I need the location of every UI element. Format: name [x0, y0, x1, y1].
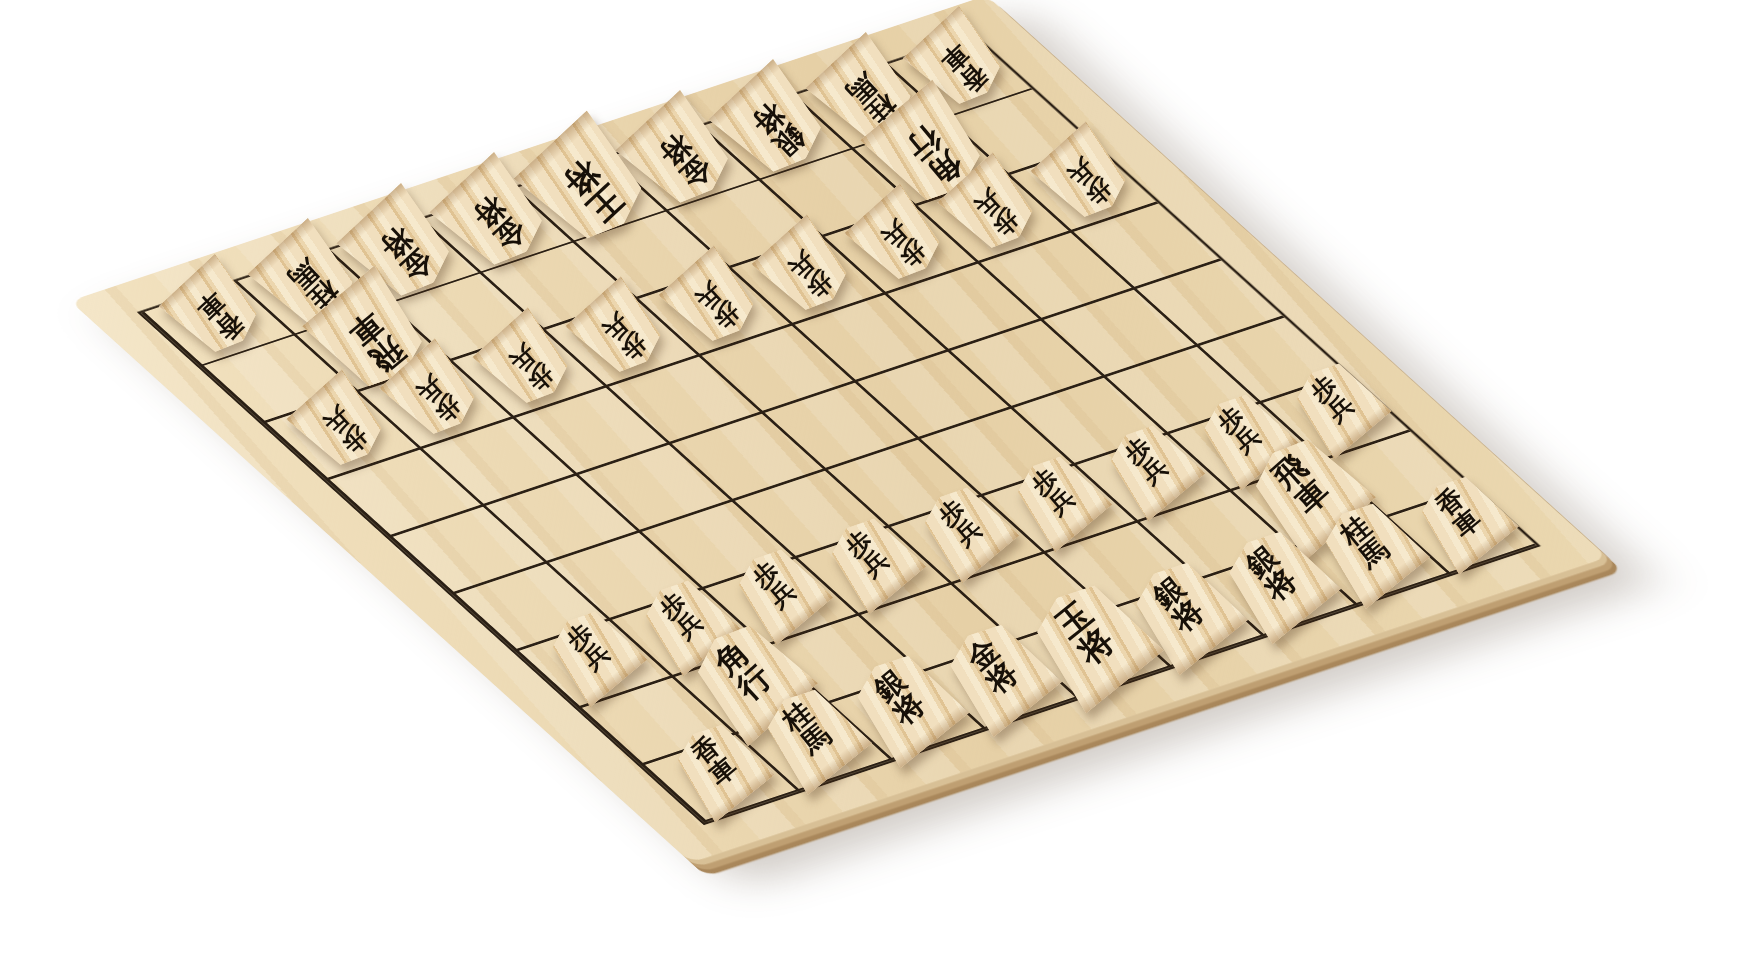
piece-white-lance[interactable]: 香車: [176, 269, 254, 352]
piece-white-pawn[interactable]: 歩兵: [396, 353, 472, 434]
piece-black-gold[interactable]: 金将: [953, 625, 1043, 720]
piece-kanji: 歩兵: [1008, 448, 1099, 536]
piece-black-lance[interactable]: 香車: [1424, 477, 1502, 560]
piece-kanji: 歩兵: [301, 386, 392, 475]
piece-kanji: 香車: [667, 715, 761, 805]
piece-kanji: 歩兵: [673, 262, 764, 351]
piece-kanji: 王将: [533, 131, 655, 251]
piece-body: 歩兵: [1030, 121, 1140, 232]
piece-black-pawn[interactable]: 歩兵: [1113, 426, 1189, 507]
piece-kanji: 香車: [173, 270, 266, 362]
piece-white-pawn[interactable]: 歩兵: [303, 384, 379, 465]
piece-body: 歩兵: [379, 338, 489, 449]
piece-kanji: 香車: [1411, 467, 1505, 557]
piece-kanji: 歩兵: [1101, 417, 1192, 505]
piece-kanji: 歩兵: [915, 479, 1006, 567]
piece-kanji: 歩兵: [822, 510, 913, 598]
piece-black-silver[interactable]: 銀将: [860, 656, 950, 751]
piece-black-knight[interactable]: 桂馬: [1328, 504, 1412, 593]
piece-white-pawn[interactable]: 歩兵: [675, 260, 751, 341]
piece-black-pawn[interactable]: 歩兵: [1020, 457, 1096, 538]
piece-kanji: 歩兵: [766, 231, 857, 320]
piece-black-pawn[interactable]: 歩兵: [927, 488, 1003, 569]
piece-kanji: 歩兵: [1045, 138, 1136, 227]
piece-kanji: 金将: [446, 170, 554, 276]
scene: 香車桂馬金将金将王将金将銀将桂馬香車飛車角行歩兵歩兵歩兵歩兵歩兵歩兵歩兵歩兵歩兵…: [0, 0, 1740, 979]
piece-white-pawn[interactable]: 歩兵: [954, 167, 1030, 248]
piece-kanji: 歩兵: [543, 603, 634, 691]
piece-body: 歩兵: [472, 307, 582, 418]
piece-body: 歩兵: [565, 276, 675, 387]
piece-white-pawn[interactable]: 歩兵: [582, 291, 658, 372]
piece-kanji: 歩兵: [394, 355, 485, 444]
piece-kanji: 銀将: [725, 77, 833, 183]
piece-black-knight[interactable]: 桂馬: [770, 690, 854, 779]
piece-white-pawn[interactable]: 歩兵: [861, 198, 937, 279]
piece-white-pawn[interactable]: 歩兵: [489, 322, 565, 403]
pieces-layer: 香車桂馬金将金将王将金将銀将桂馬香車飛車角行歩兵歩兵歩兵歩兵歩兵歩兵歩兵歩兵歩兵…: [0, 0, 1740, 979]
piece-body: 歩兵: [937, 152, 1047, 263]
piece-white-pawn[interactable]: 歩兵: [768, 229, 844, 310]
piece-kanji: 歩兵: [859, 200, 950, 289]
piece-kanji: 歩兵: [487, 324, 578, 413]
piece-black-lance[interactable]: 香車: [680, 725, 758, 808]
piece-white-pawn[interactable]: 歩兵: [1047, 136, 1123, 217]
piece-kanji: 歩兵: [580, 293, 671, 382]
piece-body: 歩兵: [751, 214, 861, 325]
piece-black-pawn[interactable]: 歩兵: [834, 519, 910, 600]
piece-kanji: 歩兵: [952, 169, 1043, 258]
piece-black-silver[interactable]: 銀将: [1232, 532, 1322, 627]
piece-black-pawn[interactable]: 歩兵: [555, 612, 631, 693]
piece-body: 歩兵: [658, 245, 768, 356]
piece-kanji: 桂馬: [756, 680, 857, 777]
